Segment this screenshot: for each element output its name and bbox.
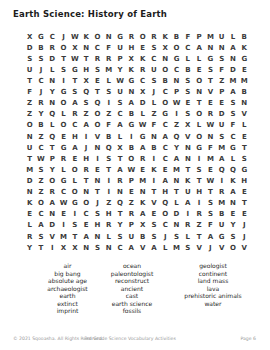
- grid-cell: C: [160, 142, 171, 153]
- grid-cell: Q: [227, 164, 238, 175]
- grid-cell: G: [239, 53, 250, 64]
- grid-cell: R: [126, 31, 137, 42]
- grid-cell: N: [205, 42, 216, 53]
- grid-cell: N: [193, 87, 204, 98]
- grid-cell: O: [193, 109, 204, 120]
- grid-cell: T: [205, 187, 216, 198]
- grid-cell: O: [80, 198, 91, 209]
- grid-cell: E: [239, 131, 250, 142]
- grid-cell: N: [171, 220, 182, 231]
- grid-cell: O: [35, 198, 46, 209]
- grid-cell: S: [24, 53, 35, 64]
- grid-cell: C: [35, 209, 46, 220]
- grid-cell: Y: [47, 164, 58, 175]
- grid-cell: Z: [35, 187, 46, 198]
- grid-cell: V: [239, 109, 250, 120]
- grid-cell: T: [182, 164, 193, 175]
- grid-cell: S: [205, 198, 216, 209]
- grid-cell: T: [205, 75, 216, 86]
- grid-cell: U: [126, 231, 137, 242]
- grid-cell: J: [160, 231, 171, 242]
- grid-cell: Q: [114, 198, 125, 209]
- grid-cell: N: [47, 209, 58, 220]
- grid-cell: T: [80, 175, 91, 186]
- grid-cell: P: [126, 220, 137, 231]
- grid-cell: U: [114, 87, 125, 98]
- grid-cell: H: [193, 187, 204, 198]
- grid-cell: V: [182, 131, 193, 142]
- grid-cell: C: [114, 109, 125, 120]
- grid-cell: G: [69, 198, 80, 209]
- grid-cell: M: [216, 142, 227, 153]
- grid-cell: J: [148, 87, 159, 98]
- grid-cell: T: [92, 87, 103, 98]
- grid-cell: M: [171, 242, 182, 253]
- grid-cell: R: [216, 187, 227, 198]
- grid-cell: J: [35, 64, 46, 75]
- grid-cell: F: [103, 120, 114, 131]
- grid-cell: X: [69, 42, 80, 53]
- grid-cell: D: [137, 98, 148, 109]
- grid-cell: A: [80, 120, 91, 131]
- grid-cell: F: [216, 64, 227, 75]
- grid-cell: T: [80, 53, 91, 64]
- grid-cell: K: [126, 64, 137, 75]
- grid-cell: U: [216, 220, 227, 231]
- grid-cell: X: [137, 220, 148, 231]
- grid-cell: Y: [24, 242, 35, 253]
- grid-cell: A: [227, 87, 238, 98]
- grid-cell: S: [35, 53, 46, 64]
- grid-cell: G: [216, 231, 227, 242]
- grid-cell: E: [92, 75, 103, 86]
- grid-cell: K: [80, 31, 91, 42]
- grid-cell: D: [227, 64, 238, 75]
- grid-cell: I: [47, 242, 58, 253]
- grid-cell: I: [182, 209, 193, 220]
- grid-cell: I: [103, 187, 114, 198]
- grid-cell: L: [193, 120, 204, 131]
- grid-cell: B: [126, 142, 137, 153]
- grid-cell: S: [92, 242, 103, 253]
- grid-cell: C: [160, 120, 171, 131]
- grid-cell: G: [227, 142, 238, 153]
- grid-cell: T: [171, 187, 182, 198]
- grid-cell: C: [137, 75, 148, 86]
- grid-cell: F: [205, 142, 216, 153]
- grid-cell: N: [171, 75, 182, 86]
- word-list-item: lava: [158, 285, 268, 293]
- grid-cell: C: [35, 142, 46, 153]
- grid-cell: O: [92, 109, 103, 120]
- grid-cell: A: [69, 142, 80, 153]
- grid-cell: N: [126, 87, 137, 98]
- grid-cell: E: [182, 98, 193, 109]
- grid-cell: L: [103, 231, 114, 242]
- grid-cell: W: [137, 120, 148, 131]
- grid-cell: A: [137, 142, 148, 153]
- grid-cell: Y: [114, 220, 125, 231]
- grid-cell: R: [35, 98, 46, 109]
- grid-cell: U: [24, 64, 35, 75]
- grid-cell: C: [114, 242, 125, 253]
- grid-cell: F: [24, 87, 35, 98]
- grid-cell: G: [58, 87, 69, 98]
- grid-cell: M: [24, 164, 35, 175]
- grid-cell: A: [171, 153, 182, 164]
- grid-cell: D: [47, 220, 58, 231]
- grid-cell: R: [137, 153, 148, 164]
- grid-cell: B: [239, 31, 250, 42]
- grid-cell: O: [227, 242, 238, 253]
- grid-cell: E: [239, 187, 250, 198]
- grid-cell: I: [80, 131, 91, 142]
- grid-cell: V: [193, 242, 204, 253]
- grid-cell: A: [114, 164, 125, 175]
- grid-cell: O: [126, 153, 137, 164]
- grid-cell: X: [58, 242, 69, 253]
- grid-cell: F: [148, 120, 159, 131]
- grid-cell: L: [227, 31, 238, 42]
- grid-cell: B: [216, 209, 227, 220]
- word-list-item: land mass: [158, 277, 268, 285]
- grid-cell: N: [92, 231, 103, 242]
- grid-cell: R: [205, 109, 216, 120]
- grid-cell: C: [160, 153, 171, 164]
- grid-cell: N: [137, 187, 148, 198]
- grid-cell: D: [47, 53, 58, 64]
- grid-cell: Y: [227, 220, 238, 231]
- grid-cell: N: [114, 187, 125, 198]
- grid-cell: R: [69, 109, 80, 120]
- grid-cell: A: [160, 175, 171, 186]
- grid-cell: E: [227, 209, 238, 220]
- grid-cell: A: [227, 187, 238, 198]
- grid-cell: S: [182, 109, 193, 120]
- grid-cell: G: [160, 109, 171, 120]
- grid-cell: L: [114, 131, 125, 142]
- grid-cell: S: [35, 164, 46, 175]
- grid-cell: S: [171, 231, 182, 242]
- grid-cell: D: [216, 109, 227, 120]
- grid-cell: S: [69, 220, 80, 231]
- grid-cell: Z: [126, 198, 137, 209]
- grid-cell: I: [193, 153, 204, 164]
- grid-cell: X: [137, 87, 148, 98]
- grid-cell: G: [69, 64, 80, 75]
- grid-cell: P: [114, 53, 125, 64]
- word-list-item: water: [158, 300, 268, 308]
- grid-cell: S: [182, 87, 193, 98]
- grid-cell: U: [148, 64, 159, 75]
- grid-cell: Y: [114, 64, 125, 75]
- grid-cell: Q: [216, 164, 227, 175]
- grid-cell: K: [182, 175, 193, 186]
- grid-cell: L: [137, 109, 148, 120]
- grid-cell: C: [171, 64, 182, 75]
- grid-cell: N: [227, 198, 238, 209]
- grid-cell: L: [58, 109, 69, 120]
- grid-cell: O: [58, 120, 69, 131]
- grid-cell: R: [193, 209, 204, 220]
- grid-cell: S: [216, 131, 227, 142]
- grid-cell: D: [171, 209, 182, 220]
- grid-cell: H: [103, 209, 114, 220]
- grid-cell: S: [182, 75, 193, 86]
- grid-cell: J: [239, 231, 250, 242]
- grid-cell: R: [47, 42, 58, 53]
- grid-cell: R: [103, 220, 114, 231]
- grid-cell: A: [80, 231, 91, 242]
- grid-cell: C: [58, 187, 69, 198]
- grid-cell: D: [24, 175, 35, 186]
- grid-cell: B: [239, 87, 250, 98]
- grid-cell: R: [47, 187, 58, 198]
- grid-cell: T: [193, 231, 204, 242]
- grid-cell: L: [182, 231, 193, 242]
- grid-cell: D: [24, 42, 35, 53]
- grid-cell: H: [69, 131, 80, 142]
- grid-cell: N: [205, 131, 216, 142]
- grid-cell: J: [58, 31, 69, 42]
- grid-cell: L: [193, 53, 204, 64]
- grid-cell: L: [182, 53, 193, 64]
- grid-cell: S: [227, 98, 238, 109]
- grid-cell: W: [35, 153, 46, 164]
- grid-cell: Z: [35, 175, 46, 186]
- grid-cell: I: [216, 175, 227, 186]
- grid-cell: O: [160, 98, 171, 109]
- grid-cell: Q: [160, 198, 171, 209]
- grid-cell: B: [137, 231, 148, 242]
- grid-cell: N: [80, 242, 91, 253]
- grid-cell: Q: [47, 131, 58, 142]
- grid-cell: A: [182, 198, 193, 209]
- grid-cell: E: [92, 164, 103, 175]
- grid-cell: V: [92, 131, 103, 142]
- grid-cell: E: [24, 209, 35, 220]
- grid-cell: H: [160, 187, 171, 198]
- grid-cell: S: [205, 209, 216, 220]
- grid-cell: P: [47, 153, 58, 164]
- word-list-item: prehistoric animals: [158, 292, 268, 300]
- grid-cell: A: [126, 98, 137, 109]
- grid-cell: S: [216, 53, 227, 64]
- grid-cell: A: [47, 198, 58, 209]
- grid-cell: R: [24, 231, 35, 242]
- grid-cell: A: [160, 131, 171, 142]
- grid-cell: N: [182, 142, 193, 153]
- grid-cell: G: [114, 31, 125, 42]
- grid-cell: E: [160, 164, 171, 175]
- grid-cell: E: [69, 153, 80, 164]
- grid-cell: S: [148, 75, 159, 86]
- grid-cell: S: [92, 64, 103, 75]
- grid-cell: C: [227, 131, 238, 142]
- grid-cell: O: [160, 209, 171, 220]
- grid-cell: E: [239, 209, 250, 220]
- grid-cell: L: [47, 64, 58, 75]
- grid-cell: U: [216, 31, 227, 42]
- grid-cell: S: [69, 87, 80, 98]
- grid-cell: M: [171, 164, 182, 175]
- grid-cell: X: [182, 120, 193, 131]
- grid-cell: G: [126, 120, 137, 131]
- grid-cell: E: [148, 209, 159, 220]
- grid-cell: V: [47, 231, 58, 242]
- grid-cell: T: [103, 164, 114, 175]
- grid-cell: T: [69, 231, 80, 242]
- grid-cell: I: [58, 75, 69, 86]
- grid-cell: W: [69, 53, 80, 64]
- grid-cell: A: [227, 42, 238, 53]
- grid-cell: G: [58, 175, 69, 186]
- grid-cell: Z: [80, 109, 91, 120]
- worksheet-page: Earth Science: History of Earth XGCJWKON…: [0, 0, 270, 350]
- grid-cell: L: [148, 98, 159, 109]
- grid-cell: U: [216, 120, 227, 131]
- grid-cell: W: [205, 120, 216, 131]
- grid-cell: B: [126, 109, 137, 120]
- grid-cell: B: [103, 131, 114, 142]
- grid-cell: H: [239, 175, 250, 186]
- grid-cell: U: [24, 142, 35, 153]
- grid-cell: S: [114, 98, 125, 109]
- grid-cell: L: [103, 75, 114, 86]
- grid-cell: E: [58, 209, 69, 220]
- grid-cell: T: [35, 242, 46, 253]
- grid-cell: R: [148, 31, 159, 42]
- grid-cell: M: [205, 153, 216, 164]
- grid-cell: F: [205, 220, 216, 231]
- grid-cell: O: [24, 120, 35, 131]
- grid-cell: H: [80, 153, 91, 164]
- grid-cell: X: [160, 42, 171, 53]
- grid-cell: C: [69, 120, 80, 131]
- grid-cell: Z: [103, 109, 114, 120]
- grid-cell: X: [126, 53, 137, 64]
- grid-cell: T: [193, 98, 204, 109]
- grid-cell: H: [80, 64, 91, 75]
- grid-cell: G: [193, 142, 204, 153]
- grid-cell: L: [47, 120, 58, 131]
- grid-cell: M: [137, 175, 148, 186]
- grid-cell: I: [193, 198, 204, 209]
- grid-cell: B: [35, 42, 46, 53]
- grid-cell: O: [58, 98, 69, 109]
- grid-cell: C: [80, 209, 91, 220]
- grid-cell: O: [160, 64, 171, 75]
- grid-cell: P: [126, 175, 137, 186]
- grid-cell: Q: [47, 109, 58, 120]
- grid-cell: R: [137, 64, 148, 75]
- grid-cell: J: [35, 87, 46, 98]
- grid-cell: G: [58, 142, 69, 153]
- grid-cell: X: [69, 242, 80, 253]
- grid-cell: E: [126, 187, 137, 198]
- grid-cell: Z: [148, 109, 159, 120]
- grid-cell: E: [205, 98, 216, 109]
- grid-cell: T: [239, 142, 250, 153]
- grid-cell: X: [114, 142, 125, 153]
- grid-cell: N: [227, 53, 238, 64]
- grid-cell: N: [24, 187, 35, 198]
- grid-cell: K: [137, 53, 148, 64]
- grid-cell: C: [35, 75, 46, 86]
- grid-cell: C: [148, 53, 159, 64]
- grid-cell: I: [103, 98, 114, 109]
- grid-cell: Q: [80, 87, 91, 98]
- grid-cell: X: [24, 31, 35, 42]
- grid-cell: C: [160, 87, 171, 98]
- grid-cell: S: [92, 209, 103, 220]
- grid-cell: M: [58, 231, 69, 242]
- grid-cell: H: [92, 220, 103, 231]
- grid-cell: N: [92, 175, 103, 186]
- grid-cell: Z: [193, 220, 204, 231]
- grid-cell: E: [80, 220, 91, 231]
- grid-cell: A: [126, 242, 137, 253]
- grid-cell: C: [182, 42, 193, 53]
- word-list-item: fossils: [93, 307, 171, 315]
- grid-cell: N: [103, 31, 114, 42]
- grid-cell: F: [182, 31, 193, 42]
- grid-cell: W: [69, 31, 80, 42]
- grid-cell: G: [239, 164, 250, 175]
- grid-cell: G: [126, 75, 137, 86]
- grid-cell: K: [239, 42, 250, 53]
- grid-cell: B: [182, 64, 193, 75]
- grid-cell: M: [227, 75, 238, 86]
- word-list-item: continent: [158, 270, 268, 278]
- grid-cell: A: [137, 209, 148, 220]
- grid-cell: I: [148, 175, 159, 186]
- grid-cell: A: [69, 98, 80, 109]
- grid-cell: O: [47, 175, 58, 186]
- grid-cell: I: [148, 153, 159, 164]
- grid-cell: I: [92, 153, 103, 164]
- grid-cell: M: [205, 31, 216, 42]
- grid-cell: Z: [103, 198, 114, 209]
- grid-cell: V: [205, 87, 216, 98]
- grid-cell: G: [205, 53, 216, 64]
- grid-cell: Q: [92, 98, 103, 109]
- grid-cell: T: [24, 153, 35, 164]
- grid-cell: N: [80, 42, 91, 53]
- grid-cell: N: [239, 98, 250, 109]
- grid-cell: O: [92, 120, 103, 131]
- grid-cell: B: [160, 75, 171, 86]
- grid-cell: S: [103, 153, 114, 164]
- grid-cell: P: [171, 87, 182, 98]
- grid-cell: R: [103, 53, 114, 64]
- grid-cell: A: [148, 242, 159, 253]
- grid-cell: O: [171, 42, 182, 53]
- grid-cell: V: [148, 198, 159, 209]
- grid-cell: L: [239, 120, 250, 131]
- grid-cell: N: [80, 187, 91, 198]
- grid-cell: T: [58, 53, 69, 64]
- word-search-grid: XGCJWKONGRORKBFPMULBDBROXNCFUHESXOCANNAK…: [24, 31, 250, 253]
- grid-cell: E: [205, 164, 216, 175]
- grid-cell: B: [35, 120, 46, 131]
- grid-cell: W: [126, 164, 137, 175]
- grid-cell: N: [160, 53, 171, 64]
- footer-page-number: Page 6: [240, 336, 256, 341]
- grid-cell: R: [58, 153, 69, 164]
- grid-cell: T: [69, 75, 80, 86]
- grid-cell: W: [171, 98, 182, 109]
